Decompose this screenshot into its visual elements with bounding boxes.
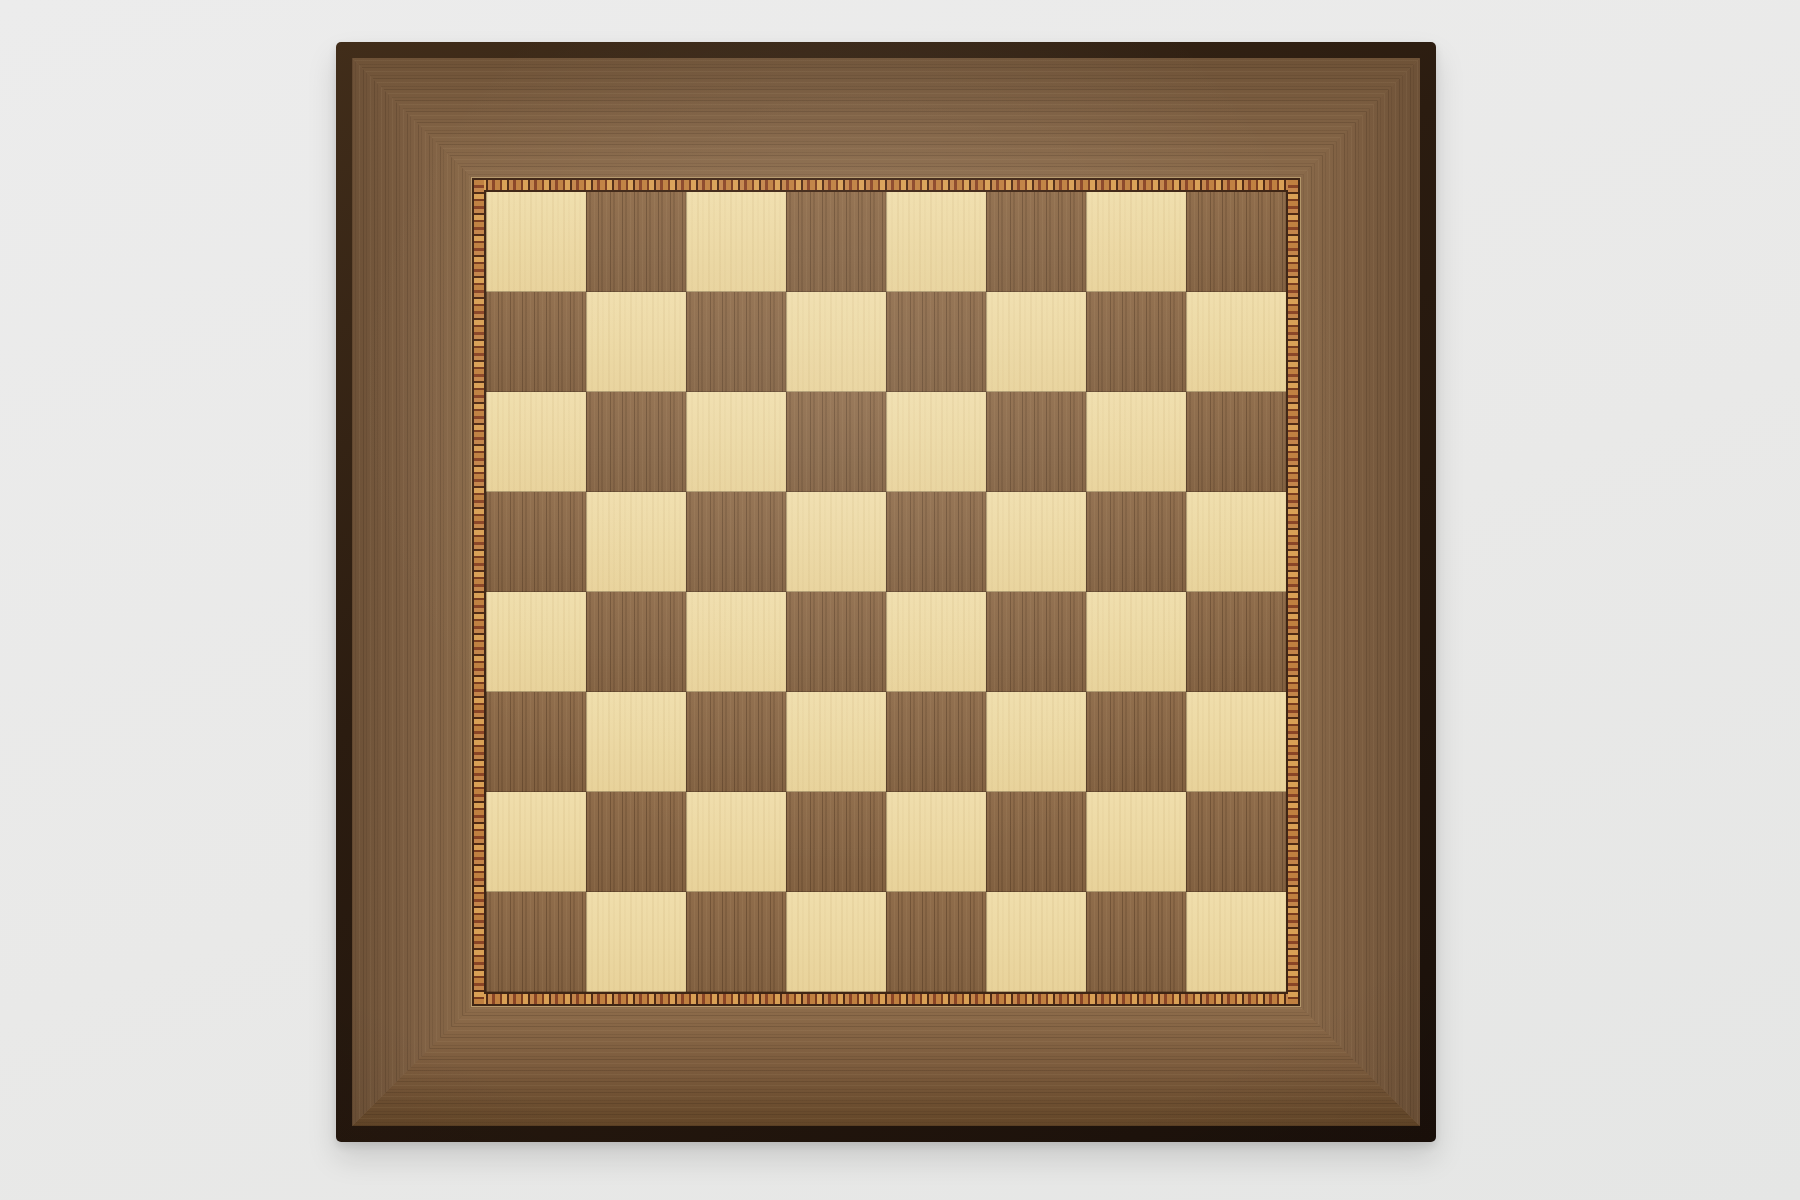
square-g5[interactable] xyxy=(1086,492,1186,592)
square-f4[interactable] xyxy=(986,592,1086,692)
square-e7[interactable] xyxy=(886,292,986,392)
chessboard xyxy=(336,42,1436,1142)
square-f1[interactable] xyxy=(986,892,1086,992)
square-f8[interactable] xyxy=(986,192,1086,292)
square-h4[interactable] xyxy=(1186,592,1286,692)
square-b2[interactable] xyxy=(586,792,686,892)
inlay-strip-top xyxy=(474,180,1298,190)
square-h8[interactable] xyxy=(1186,192,1286,292)
square-c2[interactable] xyxy=(686,792,786,892)
square-b7[interactable] xyxy=(586,292,686,392)
square-b4[interactable] xyxy=(586,592,686,692)
square-e4[interactable] xyxy=(886,592,986,692)
square-d7[interactable] xyxy=(786,292,886,392)
square-a6[interactable] xyxy=(486,392,586,492)
square-a4[interactable] xyxy=(486,592,586,692)
board-frame-bottom xyxy=(352,1006,1420,1126)
square-g7[interactable] xyxy=(1086,292,1186,392)
inlay-strip-bottom xyxy=(474,994,1298,1004)
square-e8[interactable] xyxy=(886,192,986,292)
square-c7[interactable] xyxy=(686,292,786,392)
square-d6[interactable] xyxy=(786,392,886,492)
square-a3[interactable] xyxy=(486,692,586,792)
square-g1[interactable] xyxy=(1086,892,1186,992)
board-frame-left xyxy=(352,58,472,1126)
square-h5[interactable] xyxy=(1186,492,1286,592)
square-h1[interactable] xyxy=(1186,892,1286,992)
square-f7[interactable] xyxy=(986,292,1086,392)
square-b8[interactable] xyxy=(586,192,686,292)
square-e6[interactable] xyxy=(886,392,986,492)
square-d1[interactable] xyxy=(786,892,886,992)
square-e3[interactable] xyxy=(886,692,986,792)
square-e2[interactable] xyxy=(886,792,986,892)
square-b3[interactable] xyxy=(586,692,686,792)
square-g2[interactable] xyxy=(1086,792,1186,892)
inlay-strip-right xyxy=(1288,180,1298,1004)
square-a2[interactable] xyxy=(486,792,586,892)
square-b5[interactable] xyxy=(586,492,686,592)
square-f2[interactable] xyxy=(986,792,1086,892)
square-b1[interactable] xyxy=(586,892,686,992)
inlay-strip-left xyxy=(474,180,484,1004)
square-c4[interactable] xyxy=(686,592,786,692)
square-d2[interactable] xyxy=(786,792,886,892)
square-g4[interactable] xyxy=(1086,592,1186,692)
square-d5[interactable] xyxy=(786,492,886,592)
square-f3[interactable] xyxy=(986,692,1086,792)
board-frame-right xyxy=(1300,58,1420,1126)
square-d4[interactable] xyxy=(786,592,886,692)
square-c5[interactable] xyxy=(686,492,786,592)
square-c3[interactable] xyxy=(686,692,786,792)
square-g8[interactable] xyxy=(1086,192,1186,292)
square-a1[interactable] xyxy=(486,892,586,992)
square-d3[interactable] xyxy=(786,692,886,792)
square-g6[interactable] xyxy=(1086,392,1186,492)
square-f6[interactable] xyxy=(986,392,1086,492)
board-squares xyxy=(486,192,1286,992)
board-frame-top xyxy=(352,58,1420,178)
inlay-border xyxy=(472,178,1300,1006)
square-d8[interactable] xyxy=(786,192,886,292)
square-c6[interactable] xyxy=(686,392,786,492)
square-h7[interactable] xyxy=(1186,292,1286,392)
square-g3[interactable] xyxy=(1086,692,1186,792)
square-e5[interactable] xyxy=(886,492,986,592)
square-e1[interactable] xyxy=(886,892,986,992)
square-h2[interactable] xyxy=(1186,792,1286,892)
square-a7[interactable] xyxy=(486,292,586,392)
photo-background xyxy=(0,0,1800,1200)
square-b6[interactable] xyxy=(586,392,686,492)
square-h6[interactable] xyxy=(1186,392,1286,492)
square-a5[interactable] xyxy=(486,492,586,592)
square-c8[interactable] xyxy=(686,192,786,292)
square-h3[interactable] xyxy=(1186,692,1286,792)
square-f5[interactable] xyxy=(986,492,1086,592)
square-c1[interactable] xyxy=(686,892,786,992)
board-frame xyxy=(352,58,1420,1126)
square-a8[interactable] xyxy=(486,192,586,292)
